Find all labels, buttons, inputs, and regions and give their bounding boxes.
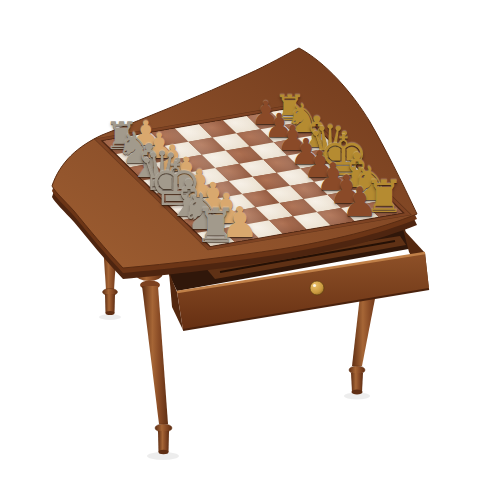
drawer-knob[interactable]: [310, 281, 324, 295]
drawer-knob-highlight: [313, 284, 316, 287]
piece-black-pawn-h7[interactable]: ♟: [342, 182, 378, 223]
piece-white-rook-h1[interactable]: ♜: [195, 202, 238, 249]
chess-table-product-photo: ♜♞♝♛♚♝♞♜♟♟♟♟♟♟♟♟♟♟♟♟♟♟♟♟♜♞♝♛♚♝♞♜: [0, 0, 480, 480]
table-leg-front: [136, 259, 173, 454]
